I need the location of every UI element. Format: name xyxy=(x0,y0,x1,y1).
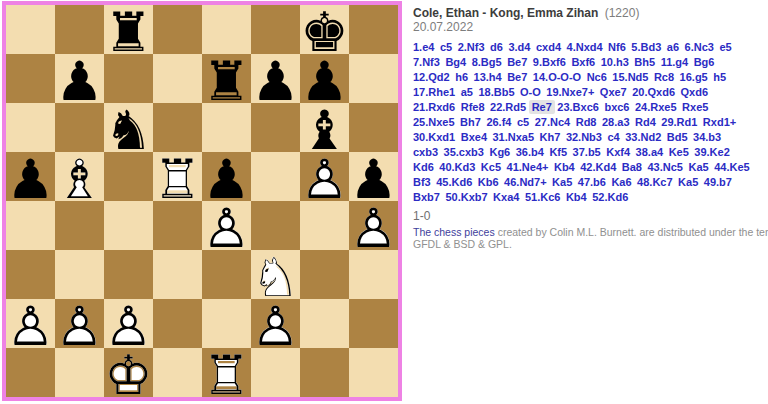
white-king: ♚♔ xyxy=(104,348,153,397)
move-token[interactable]: Kxf4 xyxy=(606,146,630,158)
move-token[interactable]: 25.Nxe5 xyxy=(413,116,455,128)
move-token[interactable]: 16.g5 xyxy=(680,71,708,83)
move-token[interactable]: cxb3 xyxy=(413,146,438,158)
move-token[interactable]: a5 xyxy=(461,86,473,98)
credit-text-line1: The chess pieces created by Colin M.L. B… xyxy=(413,227,765,239)
move-token[interactable]: d6 xyxy=(490,41,503,53)
move-token[interactable]: 4.Nxd4 xyxy=(567,41,603,53)
black-pawn: ♟ xyxy=(251,54,300,103)
square-f7: ♟ xyxy=(251,54,300,103)
move-token[interactable]: 51.Kc6 xyxy=(525,191,560,203)
square-f6 xyxy=(251,103,300,152)
chess-board: ♜♚♟♜♟♟♞♝♟♝♗♜♖♟♟♙♟♟♙♟♙♞♘♟♙♟♙♟♙♟♙♚♔♜♖ xyxy=(2,1,402,401)
square-f4 xyxy=(251,201,300,250)
black-pawn: ♟ xyxy=(6,152,55,201)
black-pawn: ♟ xyxy=(202,152,251,201)
move-token[interactable]: 40.Kd3 xyxy=(439,161,475,173)
square-f2: ♟♙ xyxy=(251,299,300,348)
move-token[interactable]: Kxa4 xyxy=(493,191,519,203)
square-b4 xyxy=(55,201,104,250)
move-line: Bf345.Kd6Kb646.Nd7+Ka547.b6Ka648.Kc7Ka54… xyxy=(413,175,765,190)
player-rating: (1220) xyxy=(605,6,640,20)
move-token[interactable]: Ke5 xyxy=(669,146,689,158)
move-token[interactable]: Ka5 xyxy=(688,161,708,173)
move-token[interactable]: 42.Kd4 xyxy=(580,161,616,173)
credit-text-line2: GFDL & BSD & GPL. xyxy=(413,239,765,251)
move-token[interactable]: 33.Nd2 xyxy=(625,131,661,143)
square-g6: ♝ xyxy=(300,103,349,152)
move-token[interactable]: Bf3 xyxy=(413,176,431,188)
move-token[interactable]: Ka6 xyxy=(611,176,631,188)
white-rook: ♜♖ xyxy=(153,152,202,201)
move-line: 25.Nxe5Bh726.f4c527.Nc4Rd828.a3Rd429.Rd1… xyxy=(413,115,765,130)
square-a1 xyxy=(6,348,55,397)
move-token[interactable]: 48.Kc7 xyxy=(637,176,672,188)
square-a2: ♟♙ xyxy=(6,299,55,348)
move-token[interactable]: c4 xyxy=(607,131,619,143)
square-c5 xyxy=(104,152,153,201)
square-e4: ♟♙ xyxy=(202,201,251,250)
move-token[interactable]: Qxd6 xyxy=(681,86,709,98)
move-token[interactable]: 18.Bb5 xyxy=(478,86,514,98)
move-token[interactable]: 9.Bxf6 xyxy=(533,56,566,68)
move-token[interactable]: 7.Nf3 xyxy=(413,56,440,68)
white-knight: ♞♘ xyxy=(251,250,300,299)
credit-rest-line1: created by Colin M.L. Burnett. are distr… xyxy=(495,226,768,238)
square-d8 xyxy=(153,5,202,54)
move-token[interactable]: 43.Nc5 xyxy=(648,161,683,173)
square-e1: ♜♖ xyxy=(202,348,251,397)
black-rook: ♜ xyxy=(202,54,251,103)
move-token[interactable]: Rc8 xyxy=(654,71,674,83)
move-token[interactable]: Kb4 xyxy=(554,161,575,173)
game-title: Cole, Ethan - Kong, Emma Zihan (1220) xyxy=(413,6,765,20)
black-pawn: ♟ xyxy=(300,54,349,103)
black-knight: ♞ xyxy=(104,103,153,152)
square-c6: ♞ xyxy=(104,103,153,152)
move-token[interactable]: Bg4 xyxy=(445,56,466,68)
move-token[interactable]: Rxe5 xyxy=(682,101,708,113)
white-pawn: ♟♙ xyxy=(55,299,104,348)
move-token[interactable]: 21.Rxd6 xyxy=(413,101,455,113)
move-token[interactable]: Ka5 xyxy=(552,176,572,188)
move-token[interactable]: Nf6 xyxy=(608,41,626,53)
square-h4: ♟♙ xyxy=(349,201,398,250)
move-token[interactable]: Rxd1+ xyxy=(703,116,736,128)
square-a8 xyxy=(6,5,55,54)
move-token[interactable]: 30.Kxd1 xyxy=(413,131,455,143)
move-token[interactable]: 15.Nd5 xyxy=(612,71,648,83)
move-token[interactable]: Bh5 xyxy=(634,56,655,68)
move-token[interactable]: 8.Bg5 xyxy=(472,56,502,68)
square-h6 xyxy=(349,103,398,152)
square-d4 xyxy=(153,201,202,250)
white-pawn: ♟♙ xyxy=(251,299,300,348)
black-bishop: ♝ xyxy=(300,103,349,152)
square-a6 xyxy=(6,103,55,152)
white-pawn: ♟♙ xyxy=(300,152,349,201)
move-token[interactable]: Kd6 xyxy=(413,161,434,173)
move-token[interactable]: h6 xyxy=(455,71,468,83)
move-token[interactable]: 10.h3 xyxy=(601,56,629,68)
square-h8 xyxy=(349,5,398,54)
square-h2 xyxy=(349,299,398,348)
square-b5: ♝♗ xyxy=(55,152,104,201)
move-token[interactable]: Kf5 xyxy=(549,146,567,158)
move-token[interactable]: 29.Rd1 xyxy=(661,116,697,128)
square-g3 xyxy=(300,250,349,299)
square-c8: ♜ xyxy=(104,5,153,54)
game-date: 20.07.2022 xyxy=(413,20,765,34)
square-f1 xyxy=(251,348,300,397)
move-token[interactable]: 36.b4 xyxy=(516,146,544,158)
player-names: Cole, Ethan - Kong, Emma Zihan xyxy=(413,6,598,20)
white-bishop: ♝♗ xyxy=(55,152,104,201)
move-token[interactable]: 20.Qxd6 xyxy=(632,86,675,98)
white-pawn: ♟♙ xyxy=(6,299,55,348)
move-token[interactable]: 28.a3 xyxy=(602,116,630,128)
move-token[interactable]: 41.Ne4+ xyxy=(507,161,549,173)
move-token[interactable]: Nc6 xyxy=(587,71,607,83)
square-d3 xyxy=(153,250,202,299)
game-result: 1-0 xyxy=(413,209,765,223)
move-token[interactable]: 6.Nc3 xyxy=(685,41,714,53)
move-token[interactable]: Ba8 xyxy=(622,161,642,173)
square-a4 xyxy=(6,201,55,250)
move-token[interactable]: 46.Nd7+ xyxy=(504,176,547,188)
move-token[interactable]: 39.Ke2 xyxy=(694,146,729,158)
square-b7: ♟ xyxy=(55,54,104,103)
move-token[interactable]: 2.Nf3 xyxy=(458,41,485,53)
move-token[interactable]: a6 xyxy=(667,41,679,53)
square-g4 xyxy=(300,201,349,250)
move-line: 12.Qd2h613.h4Be714.O-O-ONc615.Nd5Rc816.g… xyxy=(413,70,765,85)
move-token[interactable]: 32.Nb3 xyxy=(566,131,602,143)
move-token[interactable]: 19.Nxe7+ xyxy=(546,86,594,98)
square-h1 xyxy=(349,348,398,397)
credit-note: The chess pieces created by Colin M.L. B… xyxy=(413,227,765,250)
square-g5: ♟♙ xyxy=(300,152,349,201)
square-c4 xyxy=(104,201,153,250)
square-d1 xyxy=(153,348,202,397)
black-pawn: ♟ xyxy=(55,54,104,103)
move-token[interactable]: 5.Bd3 xyxy=(631,41,661,53)
move-token[interactable]: Rd4 xyxy=(635,116,656,128)
square-d2 xyxy=(153,299,202,348)
move-token[interactable]: h5 xyxy=(713,71,726,83)
move-token[interactable]: 49.b7 xyxy=(704,176,732,188)
square-e7: ♜ xyxy=(202,54,251,103)
move-line: cxb335.cxb3Kg636.b4Kf537.b5Kxf438.a4Ke53… xyxy=(413,145,765,160)
move-line: Kd640.Kd3Kc541.Ne4+Kb442.Kd4Ba843.Nc5Ka5… xyxy=(413,160,765,175)
move-token[interactable]: Rfe8 xyxy=(461,101,485,113)
square-e3 xyxy=(202,250,251,299)
square-g7: ♟ xyxy=(300,54,349,103)
move-token[interactable]: Bxf6 xyxy=(571,56,595,68)
white-pawn: ♟♙ xyxy=(202,201,251,250)
move-token[interactable]: Ka5 xyxy=(678,176,698,188)
white-rook: ♜♖ xyxy=(202,348,251,397)
square-f3: ♞♘ xyxy=(251,250,300,299)
square-a7 xyxy=(6,54,55,103)
white-pawn: ♟♙ xyxy=(349,201,398,250)
move-token[interactable]: bxc6 xyxy=(604,101,629,113)
square-f5 xyxy=(251,152,300,201)
move-token[interactable]: e5 xyxy=(719,41,731,53)
move-token[interactable]: Bxe4 xyxy=(461,131,487,143)
square-c1: ♚♔ xyxy=(104,348,153,397)
move-token[interactable]: Kg6 xyxy=(489,146,510,158)
move-token[interactable]: c5 xyxy=(440,41,452,53)
square-c7 xyxy=(104,54,153,103)
move-token[interactable]: 50.Kxb7 xyxy=(445,191,487,203)
square-b2: ♟♙ xyxy=(55,299,104,348)
move-token[interactable]: 26.f4 xyxy=(486,116,511,128)
square-a5: ♟ xyxy=(6,152,55,201)
move-token[interactable]: 11.g4 xyxy=(661,56,689,68)
move-token[interactable]: Be7 xyxy=(507,71,527,83)
move-token[interactable]: Bg6 xyxy=(694,56,715,68)
move-line: 7.Nf3Bg48.Bg5Be79.Bxf6Bxf610.h3Bh511.g4B… xyxy=(413,55,765,70)
move-token[interactable]: 3.d4 xyxy=(508,41,530,53)
move-token[interactable]: c5 xyxy=(517,116,529,128)
move-token[interactable]: 45.Kd6 xyxy=(436,176,472,188)
move-token[interactable]: 44.Ke5 xyxy=(714,161,749,173)
square-g2 xyxy=(300,299,349,348)
move-token[interactable]: Be7 xyxy=(507,56,527,68)
square-d7 xyxy=(153,54,202,103)
move-token[interactable]: 31.Nxa5 xyxy=(493,131,535,143)
move-token[interactable]: 47.b6 xyxy=(578,176,606,188)
move-line: 1.e4c52.Nf3d63.d4cxd44.Nxd4Nf65.Bd3a66.N… xyxy=(413,40,765,55)
move-line: 30.Kxd1Bxe431.Nxa5Kh732.Nb3c433.Nd2Bd534… xyxy=(413,130,765,145)
square-b8 xyxy=(55,5,104,54)
move-token[interactable]: Kb6 xyxy=(478,176,499,188)
move-token[interactable]: Rd8 xyxy=(576,116,597,128)
move-token[interactable]: cxd4 xyxy=(536,41,561,53)
square-d5: ♜♖ xyxy=(153,152,202,201)
square-e8 xyxy=(202,5,251,54)
move-token[interactable]: Kh7 xyxy=(540,131,561,143)
move-token[interactable]: Bxb7 xyxy=(413,191,440,203)
square-e6 xyxy=(202,103,251,152)
move-token[interactable]: O-O xyxy=(520,86,541,98)
move-token[interactable]: Kb4 xyxy=(566,191,587,203)
move-token[interactable]: 52.Kd6 xyxy=(592,191,628,203)
square-b3 xyxy=(55,250,104,299)
move-token[interactable]: 34.b3 xyxy=(693,131,721,143)
square-c2: ♟♙ xyxy=(104,299,153,348)
square-g1 xyxy=(300,348,349,397)
white-pawn: ♟♙ xyxy=(104,299,153,348)
move-token[interactable]: 37.b5 xyxy=(573,146,601,158)
move-list: 1.e4c52.Nf3d63.d4cxd44.Nxd4Nf65.Bd3a66.N… xyxy=(413,40,765,205)
square-b6 xyxy=(55,103,104,152)
move-token[interactable]: Kc5 xyxy=(481,161,501,173)
move-token[interactable]: Bh7 xyxy=(460,116,481,128)
black-rook: ♜ xyxy=(104,5,153,54)
square-a3 xyxy=(6,250,55,299)
move-token[interactable]: 12.Qd2 xyxy=(413,71,450,83)
chess-pieces-link[interactable]: The chess pieces xyxy=(413,226,495,238)
square-h7 xyxy=(349,54,398,103)
game-info-panel: Cole, Ethan - Kong, Emma Zihan (1220) 20… xyxy=(413,0,765,250)
square-f8 xyxy=(251,5,300,54)
move-token[interactable]: Bd5 xyxy=(667,131,688,143)
current-move-token[interactable]: Re7 xyxy=(529,100,555,114)
square-e2 xyxy=(202,299,251,348)
move-line: 17.Rhe1a518.Bb5O-O19.Nxe7+Qxe720.Qxd6Qxd… xyxy=(413,85,765,100)
square-c3 xyxy=(104,250,153,299)
square-h5: ♟ xyxy=(349,152,398,201)
square-e5: ♟ xyxy=(202,152,251,201)
move-token[interactable]: 35.cxb3 xyxy=(444,146,484,158)
black-king: ♚ xyxy=(300,5,349,54)
move-token[interactable]: Qxe7 xyxy=(600,86,627,98)
move-token[interactable]: 22.Rd5 xyxy=(490,101,526,113)
square-b1 xyxy=(55,348,104,397)
black-pawn: ♟ xyxy=(349,152,398,201)
move-line: Bxb750.Kxb7Kxa451.Kc6Kb452.Kd6 xyxy=(413,190,765,205)
move-token[interactable]: 13.h4 xyxy=(474,71,502,83)
move-token[interactable]: 27.Nc4 xyxy=(535,116,570,128)
square-d6 xyxy=(153,103,202,152)
move-token[interactable]: 17.Rhe1 xyxy=(413,86,455,98)
move-line: 21.Rxd6Rfe822.Rd5Re723.Bxc6bxc624.Rxe5Rx… xyxy=(413,100,765,115)
move-token[interactable]: 38.a4 xyxy=(636,146,664,158)
move-token[interactable]: 24.Rxe5 xyxy=(635,101,677,113)
move-token[interactable]: 14.O-O-O xyxy=(533,71,581,83)
move-token[interactable]: 1.e4 xyxy=(413,41,434,53)
square-h3 xyxy=(349,250,398,299)
square-g8: ♚ xyxy=(300,5,349,54)
move-token[interactable]: 23.Bxc6 xyxy=(557,101,599,113)
